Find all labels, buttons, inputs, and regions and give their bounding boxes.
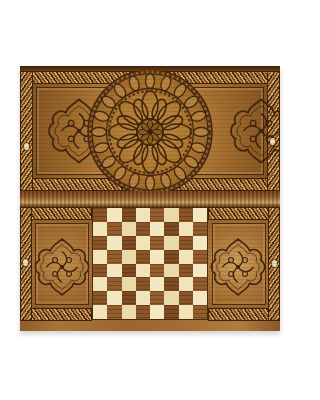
braided-border-left xyxy=(20,71,33,191)
right-hinge-peg xyxy=(270,138,275,145)
chessboard xyxy=(92,207,208,320)
square-f3 xyxy=(164,277,178,291)
square-g4 xyxy=(179,264,193,278)
square-e2 xyxy=(150,291,164,305)
square-a2 xyxy=(93,291,107,305)
square-a6 xyxy=(93,236,107,250)
square-g8 xyxy=(179,208,193,222)
square-c3 xyxy=(122,277,136,291)
square-d8 xyxy=(136,208,150,222)
front-face xyxy=(20,207,280,331)
square-a3 xyxy=(93,277,107,291)
square-f5 xyxy=(164,250,178,264)
front-right-carved-panel xyxy=(208,207,280,321)
square-d1 xyxy=(136,305,150,319)
square-h7 xyxy=(193,222,207,236)
square-e8 xyxy=(150,208,164,222)
square-a1 xyxy=(93,305,107,319)
square-f6 xyxy=(164,236,178,250)
square-g7 xyxy=(179,222,193,236)
square-a7 xyxy=(93,222,107,236)
square-a4 xyxy=(93,264,107,278)
square-h8 xyxy=(193,208,207,222)
square-e4 xyxy=(150,264,164,278)
square-d2 xyxy=(136,291,150,305)
square-d6 xyxy=(136,236,150,250)
square-d4 xyxy=(136,264,150,278)
square-f2 xyxy=(164,291,178,305)
square-c7 xyxy=(122,222,136,236)
square-a5 xyxy=(93,250,107,264)
lid-front-edge xyxy=(20,191,280,207)
square-f8 xyxy=(164,208,178,222)
square-g1 xyxy=(179,305,193,319)
square-h6 xyxy=(193,236,207,250)
square-g6 xyxy=(179,236,193,250)
square-c4 xyxy=(122,264,136,278)
square-e3 xyxy=(150,277,164,291)
square-b2 xyxy=(107,291,121,305)
square-h2 xyxy=(193,291,207,305)
square-d5 xyxy=(136,250,150,264)
square-g3 xyxy=(179,277,193,291)
square-f4 xyxy=(164,264,178,278)
left-hinge-peg xyxy=(24,143,29,150)
square-g2 xyxy=(179,291,193,305)
square-h1 xyxy=(193,305,207,319)
front-right-peg xyxy=(272,260,277,267)
square-f7 xyxy=(164,222,178,236)
square-c2 xyxy=(122,291,136,305)
square-h4 xyxy=(193,264,207,278)
square-f1 xyxy=(164,305,178,319)
front-left-medallion-carving xyxy=(31,231,92,303)
square-c8 xyxy=(122,208,136,222)
front-right-medallion-carving xyxy=(208,231,269,303)
square-b3 xyxy=(107,277,121,291)
square-a8 xyxy=(93,208,107,222)
lid-right-medallion-carving xyxy=(226,93,280,169)
backgammon-case xyxy=(20,66,280,331)
square-d7 xyxy=(136,222,150,236)
square-b4 xyxy=(107,264,121,278)
square-h5 xyxy=(193,250,207,264)
square-b7 xyxy=(107,222,121,236)
square-e1 xyxy=(150,305,164,319)
square-b8 xyxy=(107,208,121,222)
square-c6 xyxy=(122,236,136,250)
square-e5 xyxy=(150,250,164,264)
lid-top-carved-panel xyxy=(20,71,280,191)
square-d3 xyxy=(136,277,150,291)
square-b6 xyxy=(107,236,121,250)
front-left-carved-panel xyxy=(20,207,92,321)
square-g5 xyxy=(179,250,193,264)
square-e7 xyxy=(150,222,164,236)
square-c1 xyxy=(122,305,136,319)
square-b5 xyxy=(107,250,121,264)
square-c5 xyxy=(122,250,136,264)
square-b1 xyxy=(107,305,121,319)
square-e6 xyxy=(150,236,164,250)
front-left-peg xyxy=(23,259,28,266)
center-rosette-carving xyxy=(84,71,216,191)
square-h3 xyxy=(193,277,207,291)
